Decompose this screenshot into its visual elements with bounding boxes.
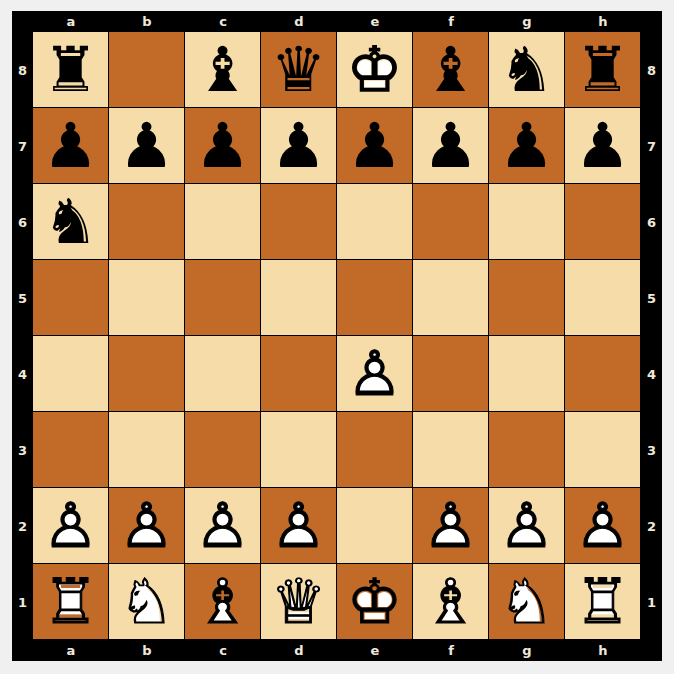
square-b2[interactable]: ♟♙ [109, 488, 185, 564]
square-g7[interactable]: ♟ [489, 108, 565, 184]
file-label-b-top: b [109, 11, 185, 32]
square-c5[interactable] [185, 260, 261, 336]
piece-black-pawn[interactable]: ♟ [337, 108, 412, 183]
piece-outline-layer: ♙ [489, 488, 564, 563]
piece-white-bishop[interactable]: ♝♗ [413, 564, 488, 639]
piece-fill-layer: ♝ [413, 32, 488, 107]
file-label-f-top: f [413, 11, 489, 32]
square-b8[interactable] [109, 32, 185, 108]
rank-label-3-left: 3 [12, 412, 33, 488]
piece-white-pawn[interactable]: ♟♙ [109, 488, 184, 563]
square-f5[interactable] [413, 260, 489, 336]
square-f6[interactable] [413, 184, 489, 260]
piece-fill-layer: ♝ [185, 32, 260, 107]
frame-corner [12, 11, 33, 32]
file-label-h-top: h [565, 11, 641, 32]
piece-outline-layer: ♙ [33, 488, 108, 563]
piece-white-knight[interactable]: ♞♘ [489, 564, 564, 639]
piece-fill-layer: ♟ [185, 108, 260, 183]
piece-black-pawn[interactable]: ♟ [109, 108, 184, 183]
piece-outline-layer: ♙ [185, 488, 260, 563]
square-f1[interactable]: ♝♗ [413, 564, 489, 640]
file-label-g-top: g [489, 11, 565, 32]
rank-label-1-right: 1 [641, 564, 662, 640]
square-e7[interactable]: ♟ [337, 108, 413, 184]
piece-black-pawn[interactable]: ♟ [565, 108, 640, 183]
piece-white-rook[interactable]: ♜♖ [33, 564, 108, 639]
rank-label-4-left: 4 [12, 336, 33, 412]
file-label-a-top: a [33, 11, 109, 32]
square-e6[interactable] [337, 184, 413, 260]
rank-label-3-right: 3 [641, 412, 662, 488]
rank-label-6-left: 6 [12, 184, 33, 260]
square-e5[interactable] [337, 260, 413, 336]
square-e3[interactable] [337, 412, 413, 488]
rank-label-4-right: 4 [641, 336, 662, 412]
square-e1[interactable]: ♚♔ [337, 564, 413, 640]
piece-white-knight[interactable]: ♞♘ [109, 564, 184, 639]
piece-black-rook[interactable]: ♜ [565, 32, 640, 107]
piece-outline-layer: ♙ [109, 488, 184, 563]
rank-label-2-right: 2 [641, 488, 662, 564]
square-c1[interactable]: ♝♗ [185, 564, 261, 640]
piece-outline-layer: ♕ [261, 564, 336, 639]
piece-fill-layer: ♜ [33, 32, 108, 107]
square-h1[interactable]: ♜♖ [565, 564, 641, 640]
piece-outline-layer: ♖ [33, 564, 108, 639]
square-h4[interactable] [565, 336, 641, 412]
piece-white-bishop[interactable]: ♝♗ [185, 564, 260, 639]
square-h5[interactable] [565, 260, 641, 336]
file-label-a-bottom: a [33, 640, 109, 661]
square-d5[interactable] [261, 260, 337, 336]
square-d8[interactable]: ♛ [261, 32, 337, 108]
square-e8[interactable]: ♚♔ [337, 32, 413, 108]
piece-fill-layer: ♟ [337, 108, 412, 183]
square-g2[interactable]: ♟♙ [489, 488, 565, 564]
piece-black-king[interactable]: ♚♔ [337, 32, 412, 107]
piece-black-bishop[interactable]: ♝ [185, 32, 260, 107]
square-f4[interactable] [413, 336, 489, 412]
square-g1[interactable]: ♞♘ [489, 564, 565, 640]
piece-black-pawn[interactable]: ♟ [185, 108, 260, 183]
piece-black-pawn[interactable]: ♟ [413, 108, 488, 183]
square-c2[interactable]: ♟♙ [185, 488, 261, 564]
piece-white-pawn[interactable]: ♟♙ [413, 488, 488, 563]
square-d7[interactable]: ♟ [261, 108, 337, 184]
piece-white-queen[interactable]: ♛♕ [261, 564, 336, 639]
file-label-f-bottom: f [413, 640, 489, 661]
square-b4[interactable] [109, 336, 185, 412]
square-b7[interactable]: ♟ [109, 108, 185, 184]
square-g5[interactable] [489, 260, 565, 336]
square-f7[interactable]: ♟ [413, 108, 489, 184]
square-b6[interactable] [109, 184, 185, 260]
rank-label-8-left: 8 [12, 32, 33, 108]
piece-fill-layer: ♛ [261, 32, 336, 107]
piece-black-pawn[interactable]: ♟ [261, 108, 336, 183]
file-label-c-top: c [185, 11, 261, 32]
file-label-h-bottom: h [565, 640, 641, 661]
piece-fill-layer: ♜ [565, 32, 640, 107]
file-label-e-top: e [337, 11, 413, 32]
file-label-e-bottom: e [337, 640, 413, 661]
piece-fill-layer: ♟ [109, 108, 184, 183]
piece-black-bishop[interactable]: ♝ [413, 32, 488, 107]
rank-label-7-left: 7 [12, 108, 33, 184]
square-a5[interactable] [33, 260, 109, 336]
piece-white-rook[interactable]: ♜♖ [565, 564, 640, 639]
rank-label-2-left: 2 [12, 488, 33, 564]
square-c6[interactable] [185, 184, 261, 260]
piece-outline-layer: ♗ [185, 564, 260, 639]
piece-fill-layer: ♟ [33, 108, 108, 183]
square-d1[interactable]: ♛♕ [261, 564, 337, 640]
piece-black-queen[interactable]: ♛ [261, 32, 336, 107]
piece-outline-layer: ♘ [489, 564, 564, 639]
page: abcdefgh8♜♝♛♚♔♝♞♜87♟♟♟♟♟♟♟♟76♞6554♟♙4332… [0, 0, 674, 672]
piece-fill-layer: ♟ [261, 108, 336, 183]
piece-outline-layer: ♘ [109, 564, 184, 639]
file-label-d-top: d [261, 11, 337, 32]
square-h3[interactable] [565, 412, 641, 488]
file-label-g-bottom: g [489, 640, 565, 661]
file-label-c-bottom: c [185, 640, 261, 661]
rank-label-8-right: 8 [641, 32, 662, 108]
piece-white-pawn[interactable]: ♟♙ [489, 488, 564, 563]
rank-label-5-right: 5 [641, 260, 662, 336]
square-e2[interactable] [337, 488, 413, 564]
square-h2[interactable]: ♟♙ [565, 488, 641, 564]
piece-white-king[interactable]: ♚♔ [337, 564, 412, 639]
square-h7[interactable]: ♟ [565, 108, 641, 184]
piece-white-pawn[interactable]: ♟♙ [337, 336, 412, 411]
square-a4[interactable] [33, 336, 109, 412]
piece-fill-layer: ♟ [489, 108, 564, 183]
piece-white-pawn[interactable]: ♟♙ [261, 488, 336, 563]
square-e4[interactable]: ♟♙ [337, 336, 413, 412]
square-h8[interactable]: ♜ [565, 32, 641, 108]
square-f3[interactable] [413, 412, 489, 488]
square-g3[interactable] [489, 412, 565, 488]
piece-outline-layer: ♙ [261, 488, 336, 563]
piece-outline-layer: ♙ [413, 488, 488, 563]
square-c3[interactable] [185, 412, 261, 488]
piece-black-knight[interactable]: ♞ [33, 184, 108, 259]
piece-white-pawn[interactable]: ♟♙ [565, 488, 640, 563]
square-g8[interactable]: ♞ [489, 32, 565, 108]
piece-outline-layer: ♙ [565, 488, 640, 563]
square-d3[interactable] [261, 412, 337, 488]
piece-outline-layer: ♔ [337, 32, 412, 107]
square-d2[interactable]: ♟♙ [261, 488, 337, 564]
square-f8[interactable]: ♝ [413, 32, 489, 108]
frame-corner [12, 640, 33, 661]
square-a8[interactable]: ♜ [33, 32, 109, 108]
square-f2[interactable]: ♟♙ [413, 488, 489, 564]
square-a7[interactable]: ♟ [33, 108, 109, 184]
piece-fill-layer: ♞ [33, 184, 108, 259]
rank-label-5-left: 5 [12, 260, 33, 336]
square-g6[interactable] [489, 184, 565, 260]
square-c4[interactable] [185, 336, 261, 412]
piece-fill-layer: ♟ [413, 108, 488, 183]
piece-black-pawn[interactable]: ♟ [33, 108, 108, 183]
rank-label-6-right: 6 [641, 184, 662, 260]
piece-black-pawn[interactable]: ♟ [489, 108, 564, 183]
rank-label-1-left: 1 [12, 564, 33, 640]
square-g4[interactable] [489, 336, 565, 412]
frame-corner [641, 640, 662, 661]
square-h6[interactable] [565, 184, 641, 260]
square-c8[interactable]: ♝ [185, 32, 261, 108]
piece-outline-layer: ♗ [413, 564, 488, 639]
rank-label-7-right: 7 [641, 108, 662, 184]
piece-outline-layer: ♙ [337, 336, 412, 411]
piece-outline-layer: ♖ [565, 564, 640, 639]
piece-outline-layer: ♔ [337, 564, 412, 639]
square-a6[interactable]: ♞ [33, 184, 109, 260]
file-label-b-bottom: b [109, 640, 185, 661]
piece-white-pawn[interactable]: ♟♙ [33, 488, 108, 563]
piece-white-pawn[interactable]: ♟♙ [185, 488, 260, 563]
square-a3[interactable] [33, 412, 109, 488]
square-b1[interactable]: ♞♘ [109, 564, 185, 640]
file-label-d-bottom: d [261, 640, 337, 661]
chess-board-frame: abcdefgh8♜♝♛♚♔♝♞♜87♟♟♟♟♟♟♟♟76♞6554♟♙4332… [12, 11, 662, 661]
square-d4[interactable] [261, 336, 337, 412]
piece-fill-layer: ♞ [489, 32, 564, 107]
frame-corner [641, 11, 662, 32]
square-b5[interactable] [109, 260, 185, 336]
square-a2[interactable]: ♟♙ [33, 488, 109, 564]
square-a1[interactable]: ♜♖ [33, 564, 109, 640]
piece-black-knight[interactable]: ♞ [489, 32, 564, 107]
square-c7[interactable]: ♟ [185, 108, 261, 184]
piece-black-rook[interactable]: ♜ [33, 32, 108, 107]
square-b3[interactable] [109, 412, 185, 488]
square-d6[interactable] [261, 184, 337, 260]
piece-fill-layer: ♟ [565, 108, 640, 183]
